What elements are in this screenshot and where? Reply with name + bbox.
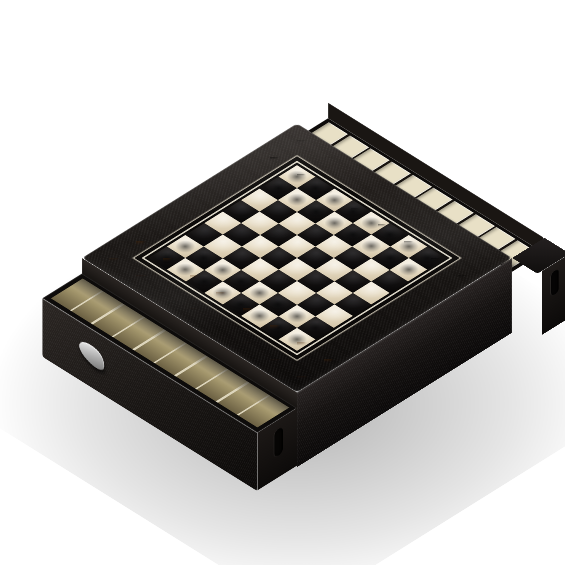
compartment [51,278,102,310]
chess-piece-glyph: ♞ [256,321,284,362]
chess-piece-glyph: ♞ [122,237,150,278]
compartment [197,370,248,402]
compartment [113,318,164,350]
compartment [134,331,185,363]
chess-piece-glyph: ♟ [449,249,468,277]
compartment [93,305,144,337]
compartment [72,291,123,323]
chess-set-photo: ♜♞♟♝♟♛♟♚♟♝♟♞♟♟♜♟♟♜♟♟♞♟♝♟♛♟♚♟♝♟♞♜ [0,0,565,565]
chess-piece-glyph: ♜ [285,343,309,378]
compartment [176,357,227,389]
chess-piece-glyph: ♟ [314,333,333,362]
compartment [155,344,206,376]
chess-piece-glyph: ♝ [228,299,259,345]
chess-box: ♜♞♟♝♟♛♟♚♟♝♟♞♟♟♜♟♟♜♟♟♞♟♝♟♛♟♚♟♝♟♞♜ [82,124,512,393]
compartment [218,383,269,415]
drawer-handle-icon [78,336,107,374]
